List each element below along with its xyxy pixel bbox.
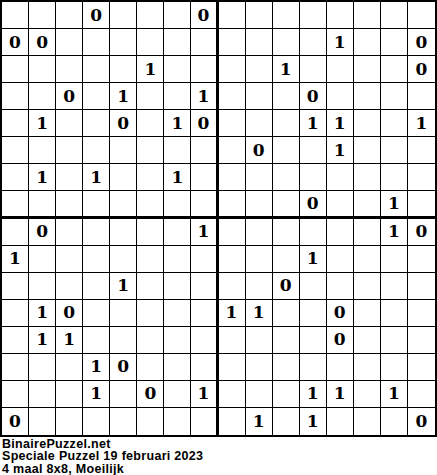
cell-r5c7: 1	[164, 110, 191, 137]
cell-r9c3[interactable]	[56, 219, 83, 246]
cell-r11c3[interactable]	[56, 273, 83, 300]
cell-r10c14[interactable]	[354, 246, 381, 273]
cell-r15c16[interactable]	[408, 381, 435, 408]
cell-r7c10[interactable]	[246, 164, 273, 191]
cell-r6c16[interactable]	[408, 137, 435, 164]
cell-r5c8: 0	[191, 110, 218, 137]
cell-r15c13: 1	[327, 381, 354, 408]
cell-r2c6[interactable]	[137, 29, 164, 56]
cell-r11c16[interactable]	[408, 273, 435, 300]
cell-r6c10: 0	[246, 137, 273, 164]
cell-r8c6[interactable]	[137, 191, 164, 218]
cell-r1c3[interactable]	[56, 2, 83, 29]
cell-r11c2[interactable]	[29, 273, 56, 300]
cell-r1c1[interactable]	[2, 2, 29, 29]
cell-r7c6[interactable]	[137, 164, 164, 191]
cell-r2c1: 0	[2, 29, 29, 56]
cell-r8c12: 0	[300, 191, 327, 218]
cell-r11c15[interactable]	[381, 273, 408, 300]
cell-r8c3[interactable]	[56, 191, 83, 218]
cell-r7c4: 1	[83, 164, 110, 191]
cell-r1c5[interactable]	[110, 2, 137, 29]
cell-r12c4[interactable]	[83, 300, 110, 327]
cell-r10c4[interactable]	[83, 246, 110, 273]
cell-r16c16: 0	[408, 408, 435, 435]
cell-r9c9[interactable]	[219, 219, 246, 246]
cell-r14c11[interactable]	[273, 354, 300, 381]
cell-r7c11[interactable]	[273, 164, 300, 191]
cell-r4c13[interactable]	[327, 83, 354, 110]
cell-r5c2: 1	[29, 110, 56, 137]
cell-r12c14[interactable]	[354, 300, 381, 327]
cell-r10c12: 1	[300, 246, 327, 273]
cell-r16c13[interactable]	[327, 408, 354, 435]
cell-r16c4[interactable]	[83, 408, 110, 435]
cell-r2c12[interactable]	[300, 29, 327, 56]
cell-r10c7[interactable]	[164, 246, 191, 273]
cell-r3c3[interactable]	[56, 56, 83, 83]
cell-r6c1[interactable]	[2, 137, 29, 164]
cell-r8c4[interactable]	[83, 191, 110, 218]
cell-r16c5[interactable]	[110, 408, 137, 435]
cell-r15c15: 1	[381, 381, 408, 408]
cell-r16c11[interactable]	[273, 408, 300, 435]
cell-r13c16[interactable]	[408, 327, 435, 354]
cell-r13c13: 0	[327, 327, 354, 354]
cell-r1c12[interactable]	[300, 2, 327, 29]
cell-r12c13: 0	[327, 300, 354, 327]
cell-r7c15[interactable]	[381, 164, 408, 191]
cell-r2c9[interactable]	[219, 29, 246, 56]
cell-r7c9[interactable]	[219, 164, 246, 191]
cell-r11c10[interactable]	[246, 273, 273, 300]
cell-r5c13: 1	[327, 110, 354, 137]
cell-r11c14[interactable]	[354, 273, 381, 300]
cell-r9c11[interactable]	[273, 219, 300, 246]
cell-r16c2[interactable]	[29, 408, 56, 435]
cell-r16c15[interactable]	[381, 408, 408, 435]
cell-r4c1[interactable]	[2, 83, 29, 110]
cell-r3c9[interactable]	[219, 56, 246, 83]
cell-r7c1[interactable]	[2, 164, 29, 191]
cell-r11c8[interactable]	[191, 273, 218, 300]
cell-r14c8[interactable]	[191, 354, 218, 381]
cell-r9c10[interactable]	[246, 219, 273, 246]
cell-r10c11[interactable]	[273, 246, 300, 273]
cell-r1c2[interactable]	[29, 2, 56, 29]
cell-r12c5[interactable]	[110, 300, 137, 327]
cell-r1c8: 0	[191, 2, 218, 29]
cell-r13c12[interactable]	[300, 327, 327, 354]
cell-r7c8[interactable]	[191, 164, 218, 191]
cell-r10c8[interactable]	[191, 246, 218, 273]
cell-r4c11[interactable]	[273, 83, 300, 110]
cell-r6c5[interactable]	[110, 137, 137, 164]
cell-r11c7[interactable]	[164, 273, 191, 300]
cell-r10c2[interactable]	[29, 246, 56, 273]
cell-r13c9[interactable]	[219, 327, 246, 354]
binary-puzzle-board: 0000101100110101011101111010110111010110…	[0, 0, 437, 437]
cell-r16c14[interactable]	[354, 408, 381, 435]
cell-r7c14[interactable]	[354, 164, 381, 191]
cell-r12c2: 1	[29, 300, 56, 327]
cell-r11c12[interactable]	[300, 273, 327, 300]
cell-r13c5[interactable]	[110, 327, 137, 354]
cell-r2c14[interactable]	[354, 29, 381, 56]
cell-r1c10[interactable]	[246, 2, 273, 29]
cell-r1c9[interactable]	[219, 2, 246, 29]
cell-r8c2[interactable]	[29, 191, 56, 218]
cell-r7c5[interactable]	[110, 164, 137, 191]
cell-r6c4[interactable]	[83, 137, 110, 164]
cell-r7c3[interactable]	[56, 164, 83, 191]
puzzle-subtitle: 4 maal 8x8, Moeilijk	[2, 463, 437, 475]
cell-r2c3[interactable]	[56, 29, 83, 56]
cell-r5c10[interactable]	[246, 110, 273, 137]
cell-r5c11[interactable]	[273, 110, 300, 137]
cell-r13c10[interactable]	[246, 327, 273, 354]
cell-r14c14[interactable]	[354, 354, 381, 381]
cell-r6c2[interactable]	[29, 137, 56, 164]
cell-r8c14[interactable]	[354, 191, 381, 218]
cell-r14c5: 0	[110, 354, 137, 381]
cell-r3c15[interactable]	[381, 56, 408, 83]
cell-r15c11[interactable]	[273, 381, 300, 408]
cell-r14c3[interactable]	[56, 354, 83, 381]
cell-r6c7[interactable]	[164, 137, 191, 164]
cell-r4c10[interactable]	[246, 83, 273, 110]
cell-r12c10: 1	[246, 300, 273, 327]
cell-r9c7[interactable]	[164, 219, 191, 246]
cell-r11c1[interactable]	[2, 273, 29, 300]
cell-r10c10[interactable]	[246, 246, 273, 273]
cell-r8c16[interactable]	[408, 191, 435, 218]
cell-r14c12[interactable]	[300, 354, 327, 381]
cell-r9c14[interactable]	[354, 219, 381, 246]
cell-r14c13[interactable]	[327, 354, 354, 381]
cell-r9c1[interactable]	[2, 219, 29, 246]
cell-r14c9[interactable]	[219, 354, 246, 381]
cell-r7c16[interactable]	[408, 164, 435, 191]
cell-r5c9[interactable]	[219, 110, 246, 137]
cell-r12c11[interactable]	[273, 300, 300, 327]
cell-r15c12: 1	[300, 381, 327, 408]
cell-r2c7[interactable]	[164, 29, 191, 56]
cell-r2c15[interactable]	[381, 29, 408, 56]
cell-r8c9[interactable]	[219, 191, 246, 218]
cell-r9c16: 0	[408, 219, 435, 246]
cell-r10c1: 1	[2, 246, 29, 273]
cell-r5c14[interactable]	[354, 110, 381, 137]
cell-r14c4: 1	[83, 354, 110, 381]
cell-r5c6[interactable]	[137, 110, 164, 137]
cell-r15c10[interactable]	[246, 381, 273, 408]
cell-r16c12: 1	[300, 408, 327, 435]
cell-r11c5: 1	[110, 273, 137, 300]
cell-r3c6: 1	[137, 56, 164, 83]
cell-r3c2[interactable]	[29, 56, 56, 83]
cell-r16c6[interactable]	[137, 408, 164, 435]
cell-r12c1[interactable]	[2, 300, 29, 327]
cell-r14c1[interactable]	[2, 354, 29, 381]
cell-r11c13[interactable]	[327, 273, 354, 300]
cell-r4c5: 1	[110, 83, 137, 110]
cell-r15c7[interactable]	[164, 381, 191, 408]
cell-r7c12[interactable]	[300, 164, 327, 191]
cell-r1c16[interactable]	[408, 2, 435, 29]
cell-r13c3: 1	[56, 327, 83, 354]
cell-r6c6[interactable]	[137, 137, 164, 164]
cell-r13c8[interactable]	[191, 327, 218, 354]
cell-r3c14[interactable]	[354, 56, 381, 83]
cell-r10c5[interactable]	[110, 246, 137, 273]
cell-r4c4[interactable]	[83, 83, 110, 110]
cell-r5c12: 1	[300, 110, 327, 137]
cell-r13c7[interactable]	[164, 327, 191, 354]
cell-r5c5: 0	[110, 110, 137, 137]
cell-r9c2: 0	[29, 219, 56, 246]
cell-r3c7[interactable]	[164, 56, 191, 83]
cell-r10c16[interactable]	[408, 246, 435, 273]
cell-r11c4[interactable]	[83, 273, 110, 300]
cell-r11c9[interactable]	[219, 273, 246, 300]
cell-r1c14[interactable]	[354, 2, 381, 29]
cell-r16c9[interactable]	[219, 408, 246, 435]
cell-r1c4: 0	[83, 2, 110, 29]
cell-r3c1[interactable]	[2, 56, 29, 83]
cell-r6c3[interactable]	[56, 137, 83, 164]
cell-r13c11[interactable]	[273, 327, 300, 354]
cell-r4c6[interactable]	[137, 83, 164, 110]
cell-r14c10[interactable]	[246, 354, 273, 381]
cell-r16c8[interactable]	[191, 408, 218, 435]
cell-r15c14[interactable]	[354, 381, 381, 408]
cell-r2c4[interactable]	[83, 29, 110, 56]
cell-r5c3[interactable]	[56, 110, 83, 137]
cell-r7c13[interactable]	[327, 164, 354, 191]
cell-r15c2[interactable]	[29, 381, 56, 408]
cell-r12c12[interactable]	[300, 300, 327, 327]
cell-r5c15[interactable]	[381, 110, 408, 137]
cell-r5c1[interactable]	[2, 110, 29, 137]
cell-r3c12[interactable]	[300, 56, 327, 83]
cell-r3c10[interactable]	[246, 56, 273, 83]
footer: BinairePuzzel.net Speciale Puzzel 19 feb…	[0, 437, 437, 475]
cell-r9c12[interactable]	[300, 219, 327, 246]
puzzle-title: Speciale Puzzel 19 februari 2023	[2, 450, 437, 462]
cell-r1c13[interactable]	[327, 2, 354, 29]
cell-r3c16: 0	[408, 56, 435, 83]
cell-r3c11: 1	[273, 56, 300, 83]
cell-r8c8[interactable]	[191, 191, 218, 218]
cell-r15c3[interactable]	[56, 381, 83, 408]
cell-r2c5[interactable]	[110, 29, 137, 56]
cell-r7c2: 1	[29, 164, 56, 191]
cell-r13c15[interactable]	[381, 327, 408, 354]
cell-r15c8: 1	[191, 381, 218, 408]
cell-r14c7[interactable]	[164, 354, 191, 381]
cell-r8c7[interactable]	[164, 191, 191, 218]
cell-r4c7[interactable]	[164, 83, 191, 110]
cell-r8c11[interactable]	[273, 191, 300, 218]
cell-r10c6[interactable]	[137, 246, 164, 273]
cell-r2c13: 1	[327, 29, 354, 56]
cell-r13c1[interactable]	[2, 327, 29, 354]
cell-r15c1[interactable]	[2, 381, 29, 408]
cell-r6c9[interactable]	[219, 137, 246, 164]
cell-r1c6[interactable]	[137, 2, 164, 29]
cell-r13c14[interactable]	[354, 327, 381, 354]
cell-r1c11[interactable]	[273, 2, 300, 29]
cell-r14c15[interactable]	[381, 354, 408, 381]
cell-r12c7[interactable]	[164, 300, 191, 327]
cell-r3c8[interactable]	[191, 56, 218, 83]
cell-r10c15[interactable]	[381, 246, 408, 273]
cell-r12c15[interactable]	[381, 300, 408, 327]
cell-r11c6[interactable]	[137, 273, 164, 300]
cell-r6c8[interactable]	[191, 137, 218, 164]
cell-r13c2: 1	[29, 327, 56, 354]
cell-r3c4[interactable]	[83, 56, 110, 83]
cell-r9c5[interactable]	[110, 219, 137, 246]
cell-r16c1: 0	[2, 408, 29, 435]
cell-r9c6[interactable]	[137, 219, 164, 246]
cell-r3c13[interactable]	[327, 56, 354, 83]
cell-r6c14[interactable]	[354, 137, 381, 164]
cell-r6c12[interactable]	[300, 137, 327, 164]
cell-r8c1[interactable]	[2, 191, 29, 218]
cell-r16c3[interactable]	[56, 408, 83, 435]
cell-r5c4[interactable]	[83, 110, 110, 137]
cell-r1c7[interactable]	[164, 2, 191, 29]
cell-r6c15[interactable]	[381, 137, 408, 164]
cell-r7c7: 1	[164, 164, 191, 191]
cell-r12c9: 1	[219, 300, 246, 327]
cell-r6c11[interactable]	[273, 137, 300, 164]
puzzle-page: 0000101100110101011101111010110111010110…	[0, 0, 437, 475]
cell-r4c14[interactable]	[354, 83, 381, 110]
cell-r11c11: 0	[273, 273, 300, 300]
cell-r4c2[interactable]	[29, 83, 56, 110]
cell-r2c2: 0	[29, 29, 56, 56]
cell-r15c9[interactable]	[219, 381, 246, 408]
cell-r15c6: 0	[137, 381, 164, 408]
cell-r4c8: 1	[191, 83, 218, 110]
cell-r14c2[interactable]	[29, 354, 56, 381]
cell-r9c15: 1	[381, 219, 408, 246]
cell-r9c8: 1	[191, 219, 218, 246]
cell-r5c16: 1	[408, 110, 435, 137]
cell-r8c15: 1	[381, 191, 408, 218]
cell-r12c3: 0	[56, 300, 83, 327]
cell-r8c13[interactable]	[327, 191, 354, 218]
cell-r9c13[interactable]	[327, 219, 354, 246]
cell-r4c12: 0	[300, 83, 327, 110]
cell-r10c9[interactable]	[219, 246, 246, 273]
cell-r2c8[interactable]	[191, 29, 218, 56]
cell-r9c4[interactable]	[83, 219, 110, 246]
cell-r2c16: 0	[408, 29, 435, 56]
cell-r10c13[interactable]	[327, 246, 354, 273]
cell-r12c8[interactable]	[191, 300, 218, 327]
cell-r12c6[interactable]	[137, 300, 164, 327]
cell-r2c11[interactable]	[273, 29, 300, 56]
cell-r10c3[interactable]	[56, 246, 83, 273]
cell-r4c9[interactable]	[219, 83, 246, 110]
cell-r4c15[interactable]	[381, 83, 408, 110]
cell-r14c16[interactable]	[408, 354, 435, 381]
cell-r2c10[interactable]	[246, 29, 273, 56]
cell-r4c3: 0	[56, 83, 83, 110]
cell-r12c16[interactable]	[408, 300, 435, 327]
cell-r3c5[interactable]	[110, 56, 137, 83]
cell-r15c4: 1	[83, 381, 110, 408]
cell-r8c5[interactable]	[110, 191, 137, 218]
cell-r4c16[interactable]	[408, 83, 435, 110]
cell-r16c7[interactable]	[164, 408, 191, 435]
cell-r16c10: 1	[246, 408, 273, 435]
cell-r1c15[interactable]	[381, 2, 408, 29]
cell-r14c6[interactable]	[137, 354, 164, 381]
cell-r6c13: 1	[327, 137, 354, 164]
cell-r13c4[interactable]	[83, 327, 110, 354]
cell-r8c10[interactable]	[246, 191, 273, 218]
cell-r13c6[interactable]	[137, 327, 164, 354]
cell-r15c5[interactable]	[110, 381, 137, 408]
